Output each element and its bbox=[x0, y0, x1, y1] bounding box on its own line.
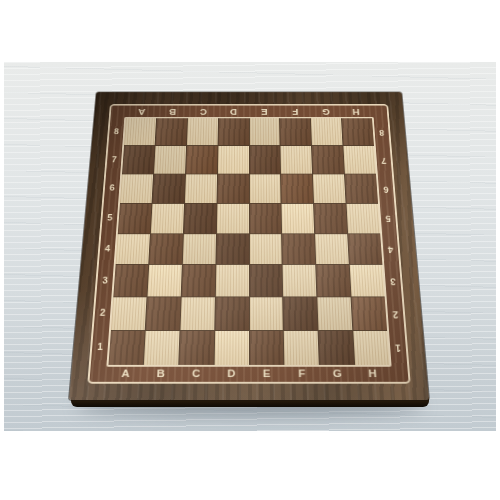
square-d2 bbox=[215, 298, 249, 331]
rank-label-right-8: 8 bbox=[374, 118, 390, 145]
square-g6 bbox=[313, 174, 345, 203]
file-label-top-e: E bbox=[249, 106, 280, 117]
square-a5 bbox=[118, 204, 152, 233]
square-g8 bbox=[311, 118, 342, 145]
playing-area-border bbox=[106, 117, 391, 367]
rank-label-right-4: 4 bbox=[382, 233, 399, 264]
square-c7 bbox=[186, 146, 217, 174]
square-f4 bbox=[282, 234, 315, 264]
file-labels-top: A B C D E F G H bbox=[126, 106, 372, 117]
file-label-bottom-f: F bbox=[284, 367, 320, 382]
playing-area bbox=[108, 118, 389, 365]
square-a2 bbox=[111, 298, 146, 331]
rank-label-left-4: 4 bbox=[99, 233, 116, 264]
square-e2 bbox=[249, 298, 283, 331]
square-a4 bbox=[116, 234, 150, 264]
square-d6 bbox=[217, 174, 248, 203]
square-a8 bbox=[124, 118, 156, 145]
square-d7 bbox=[218, 146, 249, 174]
square-d8 bbox=[218, 118, 248, 145]
square-c1 bbox=[179, 331, 214, 365]
square-g2 bbox=[318, 298, 353, 331]
file-label-top-f: F bbox=[280, 106, 311, 117]
file-label-bottom-a: A bbox=[107, 367, 143, 382]
square-d1 bbox=[214, 331, 248, 365]
rank-label-left-8: 8 bbox=[108, 118, 124, 145]
square-h1 bbox=[353, 331, 389, 365]
square-c3 bbox=[181, 265, 215, 297]
square-b1 bbox=[144, 331, 179, 365]
chess-board: A B C D E F G H A B C D E F G H 8 7 6 5 … bbox=[69, 92, 429, 400]
file-label-bottom-d: D bbox=[214, 367, 249, 382]
square-e8 bbox=[249, 118, 279, 145]
square-h5 bbox=[347, 204, 381, 233]
square-h4 bbox=[348, 234, 382, 264]
square-b5 bbox=[151, 204, 184, 233]
rank-label-right-5: 5 bbox=[380, 203, 397, 233]
square-a3 bbox=[113, 265, 148, 297]
square-d5 bbox=[217, 204, 249, 233]
file-labels-bottom: A B C D E F G H bbox=[107, 367, 390, 382]
square-c6 bbox=[185, 174, 217, 203]
square-e5 bbox=[249, 204, 281, 233]
square-g4 bbox=[315, 234, 349, 264]
square-e6 bbox=[249, 174, 280, 203]
square-e3 bbox=[249, 265, 282, 297]
square-b4 bbox=[149, 234, 183, 264]
square-c8 bbox=[187, 118, 218, 145]
square-h3 bbox=[350, 265, 385, 297]
rank-label-left-3: 3 bbox=[96, 265, 114, 297]
square-f3 bbox=[283, 265, 317, 297]
square-f5 bbox=[282, 204, 315, 233]
file-label-top-d: D bbox=[218, 106, 249, 117]
square-e4 bbox=[249, 234, 282, 264]
square-c2 bbox=[180, 298, 214, 331]
square-g1 bbox=[319, 331, 354, 365]
square-f2 bbox=[284, 298, 318, 331]
rank-label-left-5: 5 bbox=[101, 203, 118, 233]
file-label-bottom-b: B bbox=[143, 367, 179, 382]
square-b2 bbox=[146, 298, 181, 331]
square-a7 bbox=[122, 146, 154, 174]
square-d4 bbox=[216, 234, 249, 264]
rank-label-right-1: 1 bbox=[389, 330, 407, 365]
rank-label-right-2: 2 bbox=[387, 297, 405, 330]
file-label-top-h: H bbox=[341, 106, 372, 117]
rank-label-right-3: 3 bbox=[384, 265, 402, 297]
square-f6 bbox=[281, 174, 313, 203]
square-h7 bbox=[343, 146, 375, 174]
square-g7 bbox=[312, 146, 344, 174]
square-h2 bbox=[352, 298, 387, 331]
square-b3 bbox=[147, 265, 181, 297]
rank-label-left-2: 2 bbox=[94, 297, 112, 330]
rank-label-left-6: 6 bbox=[104, 174, 121, 203]
square-b6 bbox=[152, 174, 184, 203]
square-h8 bbox=[342, 118, 374, 145]
square-f1 bbox=[284, 331, 319, 365]
rank-label-left-7: 7 bbox=[106, 146, 122, 174]
square-c4 bbox=[183, 234, 216, 264]
square-d3 bbox=[215, 265, 248, 297]
square-b8 bbox=[155, 118, 186, 145]
file-label-top-b: B bbox=[157, 106, 188, 117]
file-label-bottom-g: G bbox=[319, 367, 355, 382]
file-label-top-c: C bbox=[188, 106, 219, 117]
square-f8 bbox=[280, 118, 311, 145]
rank-label-right-6: 6 bbox=[378, 174, 395, 203]
file-label-top-g: G bbox=[310, 106, 341, 117]
square-h6 bbox=[345, 174, 378, 203]
file-label-bottom-c: C bbox=[178, 367, 214, 382]
file-label-bottom-e: E bbox=[249, 367, 284, 382]
file-label-bottom-h: H bbox=[354, 367, 390, 382]
square-e7 bbox=[249, 146, 280, 174]
rank-label-left-1: 1 bbox=[91, 330, 109, 365]
square-g3 bbox=[316, 265, 350, 297]
square-a6 bbox=[120, 174, 153, 203]
square-g5 bbox=[314, 204, 347, 233]
rank-label-right-7: 7 bbox=[376, 146, 392, 174]
square-b7 bbox=[154, 146, 186, 174]
square-e1 bbox=[249, 331, 283, 365]
square-c5 bbox=[184, 204, 217, 233]
square-a1 bbox=[108, 331, 144, 365]
square-f7 bbox=[281, 146, 312, 174]
file-label-top-a: A bbox=[126, 106, 157, 117]
